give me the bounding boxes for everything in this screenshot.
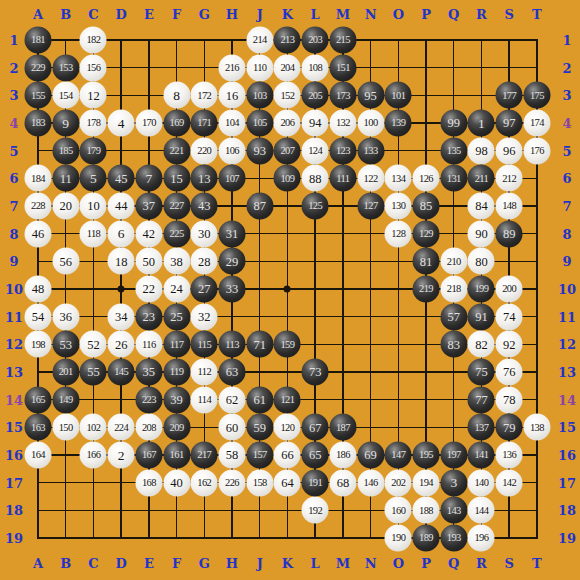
black-stone-A1: 181 bbox=[25, 27, 52, 54]
white-stone-E8: 42 bbox=[135, 220, 162, 247]
move-number: 162 bbox=[197, 477, 211, 488]
white-stone-F10: 24 bbox=[163, 276, 190, 303]
black-stone-R4: 1 bbox=[468, 110, 495, 137]
move-number: 193 bbox=[447, 533, 461, 544]
move-number: 110 bbox=[253, 62, 267, 73]
white-stone-C7: 10 bbox=[80, 193, 107, 220]
black-stone-F7: 227 bbox=[163, 193, 190, 220]
col-label-bottom-G: G bbox=[199, 556, 210, 571]
white-stone-A16: 164 bbox=[25, 442, 52, 469]
black-stone-K6: 109 bbox=[274, 165, 301, 192]
col-label-top-B: B bbox=[60, 7, 71, 22]
black-stone-R11: 91 bbox=[468, 303, 495, 330]
move-number: 179 bbox=[86, 145, 100, 156]
white-stone-L5: 124 bbox=[302, 137, 329, 164]
move-number: 35 bbox=[143, 366, 156, 379]
move-number: 88 bbox=[309, 172, 322, 185]
move-number: 87 bbox=[253, 200, 266, 213]
black-stone-Q4: 99 bbox=[440, 110, 467, 137]
black-stone-G4: 171 bbox=[191, 110, 218, 137]
row-label-right-6: 6 bbox=[562, 171, 571, 186]
move-number: 75 bbox=[475, 366, 488, 379]
move-number: 149 bbox=[59, 394, 73, 405]
move-number: 128 bbox=[391, 228, 405, 239]
black-stone-H9: 29 bbox=[219, 248, 246, 275]
white-stone-G17: 162 bbox=[191, 469, 218, 496]
black-stone-J16: 157 bbox=[246, 442, 273, 469]
black-stone-K12: 159 bbox=[274, 331, 301, 358]
white-stone-B7: 20 bbox=[52, 193, 79, 220]
move-number: 213 bbox=[280, 35, 294, 46]
row-label-left-1: 1 bbox=[9, 33, 18, 48]
white-stone-R9: 80 bbox=[468, 248, 495, 275]
black-stone-A2: 229 bbox=[25, 54, 52, 81]
white-stone-A11: 54 bbox=[25, 303, 52, 330]
black-stone-Q6: 131 bbox=[440, 165, 467, 192]
white-stone-Q10: 218 bbox=[440, 276, 467, 303]
white-stone-F3: 8 bbox=[163, 82, 190, 109]
white-stone-C3: 12 bbox=[80, 82, 107, 109]
move-number: 43 bbox=[198, 200, 211, 213]
white-stone-B11: 36 bbox=[52, 303, 79, 330]
move-number: 44 bbox=[115, 200, 128, 213]
move-number: 191 bbox=[308, 477, 322, 488]
row-label-right-2: 2 bbox=[562, 60, 571, 75]
black-stone-A3: 155 bbox=[25, 82, 52, 109]
white-stone-O18: 160 bbox=[385, 497, 412, 524]
black-stone-M3: 173 bbox=[329, 82, 356, 109]
col-label-bottom-R: R bbox=[476, 556, 487, 571]
black-stone-H8: 31 bbox=[219, 220, 246, 247]
move-number: 228 bbox=[31, 201, 45, 212]
black-stone-H10: 33 bbox=[219, 276, 246, 303]
move-number: 122 bbox=[364, 173, 378, 184]
white-stone-O6: 134 bbox=[385, 165, 412, 192]
row-label-left-15: 15 bbox=[5, 420, 23, 435]
row-label-left-16: 16 bbox=[5, 448, 23, 463]
move-number: 9 bbox=[62, 116, 69, 130]
white-stone-D15: 224 bbox=[108, 414, 135, 441]
move-number: 161 bbox=[170, 450, 184, 461]
black-stone-S15: 79 bbox=[496, 414, 523, 441]
move-number: 147 bbox=[391, 450, 405, 461]
move-number: 144 bbox=[474, 505, 488, 516]
move-number: 181 bbox=[31, 35, 45, 46]
move-number: 5 bbox=[90, 172, 97, 186]
move-number: 127 bbox=[364, 201, 378, 212]
move-number: 219 bbox=[419, 284, 433, 295]
move-number: 195 bbox=[419, 450, 433, 461]
move-number: 194 bbox=[419, 477, 433, 488]
white-stone-L18: 192 bbox=[302, 497, 329, 524]
white-stone-A10: 48 bbox=[25, 276, 52, 303]
move-number: 133 bbox=[364, 145, 378, 156]
col-label-top-J: J bbox=[257, 7, 263, 22]
white-stone-S14: 78 bbox=[496, 386, 523, 413]
move-number: 157 bbox=[253, 450, 267, 461]
move-number: 207 bbox=[280, 145, 294, 156]
black-stone-H6: 107 bbox=[219, 165, 246, 192]
black-stone-Q17: 3 bbox=[440, 469, 467, 496]
move-number: 6 bbox=[118, 227, 125, 241]
move-number: 108 bbox=[308, 62, 322, 73]
white-stone-J2: 110 bbox=[246, 54, 273, 81]
row-label-right-16: 16 bbox=[558, 448, 576, 463]
black-stone-E16: 167 bbox=[135, 442, 162, 469]
move-number: 65 bbox=[309, 449, 322, 462]
white-stone-H16: 58 bbox=[219, 442, 246, 469]
move-number: 209 bbox=[170, 422, 184, 433]
black-stone-B13: 201 bbox=[52, 359, 79, 386]
white-stone-E10: 22 bbox=[135, 276, 162, 303]
move-number: 159 bbox=[280, 339, 294, 350]
white-stone-H15: 60 bbox=[219, 414, 246, 441]
move-number: 217 bbox=[197, 450, 211, 461]
row-label-right-3: 3 bbox=[562, 88, 571, 103]
white-stone-L4: 94 bbox=[302, 110, 329, 137]
move-number: 7 bbox=[145, 172, 152, 186]
col-label-top-Q: Q bbox=[448, 7, 459, 22]
move-number: 131 bbox=[447, 173, 461, 184]
black-stone-F15: 209 bbox=[163, 414, 190, 441]
row-label-left-18: 18 bbox=[5, 503, 23, 518]
row-label-right-8: 8 bbox=[562, 226, 571, 241]
move-number: 81 bbox=[420, 255, 433, 268]
white-stone-C4: 178 bbox=[80, 110, 107, 137]
black-stone-B6: 11 bbox=[52, 165, 79, 192]
black-stone-K1: 213 bbox=[274, 27, 301, 54]
row-label-right-15: 15 bbox=[558, 420, 576, 435]
black-stone-J3: 103 bbox=[246, 82, 273, 109]
white-stone-G8: 30 bbox=[191, 220, 218, 247]
move-number: 93 bbox=[253, 144, 266, 157]
col-label-bottom-J: J bbox=[257, 556, 263, 571]
move-number: 120 bbox=[280, 422, 294, 433]
white-stone-H3: 16 bbox=[219, 82, 246, 109]
move-number: 62 bbox=[226, 393, 239, 406]
row-label-left-6: 6 bbox=[9, 171, 18, 186]
move-number: 77 bbox=[475, 393, 488, 406]
move-number: 67 bbox=[309, 421, 322, 434]
move-number: 114 bbox=[198, 394, 212, 405]
move-number: 39 bbox=[170, 393, 183, 406]
move-number: 22 bbox=[143, 283, 156, 296]
row-label-left-8: 8 bbox=[9, 226, 18, 241]
move-number: 103 bbox=[253, 90, 267, 101]
black-stone-C5: 179 bbox=[80, 137, 107, 164]
white-stone-C8: 118 bbox=[80, 220, 107, 247]
go-board[interactable]: 1811822142132032152291531562161102041081… bbox=[0, 0, 580, 580]
move-number: 83 bbox=[448, 338, 461, 351]
move-number: 73 bbox=[309, 366, 322, 379]
move-number: 84 bbox=[475, 200, 488, 213]
move-number: 95 bbox=[364, 89, 377, 102]
col-label-bottom-P: P bbox=[421, 556, 431, 571]
black-stone-G7: 43 bbox=[191, 193, 218, 220]
col-label-bottom-Q: Q bbox=[448, 556, 459, 571]
white-stone-A12: 198 bbox=[25, 331, 52, 358]
move-number: 224 bbox=[114, 422, 128, 433]
black-stone-G6: 13 bbox=[191, 165, 218, 192]
move-number: 61 bbox=[253, 393, 266, 406]
move-number: 3 bbox=[450, 476, 457, 490]
move-number: 55 bbox=[87, 366, 100, 379]
move-number: 177 bbox=[502, 90, 516, 101]
white-stone-A7: 228 bbox=[25, 193, 52, 220]
col-label-top-N: N bbox=[365, 7, 377, 22]
white-stone-H17: 226 bbox=[219, 469, 246, 496]
move-number: 57 bbox=[448, 310, 461, 323]
white-stone-E17: 168 bbox=[135, 469, 162, 496]
black-stone-G10: 27 bbox=[191, 276, 218, 303]
move-number: 42 bbox=[143, 227, 156, 240]
row-label-right-18: 18 bbox=[558, 503, 576, 518]
col-label-bottom-E: E bbox=[144, 556, 154, 571]
black-stone-H13: 63 bbox=[219, 359, 246, 386]
move-number: 210 bbox=[447, 256, 461, 267]
white-stone-S11: 74 bbox=[496, 303, 523, 330]
move-number: 90 bbox=[475, 227, 488, 240]
row-label-left-9: 9 bbox=[9, 254, 18, 269]
move-number: 116 bbox=[142, 339, 156, 350]
move-number: 89 bbox=[503, 227, 516, 240]
move-number: 199 bbox=[474, 284, 488, 295]
black-stone-P19: 189 bbox=[413, 525, 440, 552]
move-number: 183 bbox=[31, 118, 45, 129]
move-number: 170 bbox=[142, 118, 156, 129]
move-number: 33 bbox=[226, 283, 239, 296]
move-number: 96 bbox=[503, 144, 516, 157]
black-stone-N16: 69 bbox=[357, 442, 384, 469]
col-label-top-A: A bbox=[33, 7, 43, 22]
black-stone-E14: 223 bbox=[135, 386, 162, 413]
move-number: 10 bbox=[87, 200, 100, 213]
move-number: 143 bbox=[447, 505, 461, 516]
white-stone-J17: 158 bbox=[246, 469, 273, 496]
white-stone-B9: 56 bbox=[52, 248, 79, 275]
row-label-left-4: 4 bbox=[9, 116, 18, 131]
row-label-right-19: 19 bbox=[558, 531, 576, 546]
black-stone-F11: 25 bbox=[163, 303, 190, 330]
row-label-left-7: 7 bbox=[9, 199, 18, 214]
move-number: 226 bbox=[225, 477, 239, 488]
white-stone-D16: 2 bbox=[108, 442, 135, 469]
white-stone-S17: 142 bbox=[496, 469, 523, 496]
black-stone-Q18: 143 bbox=[440, 497, 467, 524]
move-number: 137 bbox=[474, 422, 488, 433]
white-stone-D4: 4 bbox=[108, 110, 135, 137]
move-number: 80 bbox=[475, 255, 488, 268]
move-number: 104 bbox=[225, 118, 239, 129]
move-number: 24 bbox=[170, 283, 183, 296]
black-stone-F13: 119 bbox=[163, 359, 190, 386]
white-stone-G14: 114 bbox=[191, 386, 218, 413]
move-number: 125 bbox=[308, 201, 322, 212]
black-stone-B2: 153 bbox=[52, 54, 79, 81]
white-stone-S13: 76 bbox=[496, 359, 523, 386]
move-number: 107 bbox=[225, 173, 239, 184]
col-label-bottom-M: M bbox=[336, 556, 350, 571]
white-stone-E9: 50 bbox=[135, 248, 162, 275]
move-number: 54 bbox=[32, 310, 45, 323]
move-number: 208 bbox=[142, 422, 156, 433]
white-stone-R19: 196 bbox=[468, 525, 495, 552]
black-stone-P10: 219 bbox=[413, 276, 440, 303]
move-number: 182 bbox=[86, 35, 100, 46]
move-number: 218 bbox=[447, 284, 461, 295]
black-stone-C6: 5 bbox=[80, 165, 107, 192]
white-stone-L6: 88 bbox=[302, 165, 329, 192]
move-number: 115 bbox=[198, 339, 212, 350]
col-label-top-E: E bbox=[144, 7, 154, 22]
black-stone-A14: 165 bbox=[25, 386, 52, 413]
white-stone-G5: 220 bbox=[191, 137, 218, 164]
row-label-left-2: 2 bbox=[9, 60, 18, 75]
move-number: 56 bbox=[59, 255, 72, 268]
move-number: 113 bbox=[225, 339, 239, 350]
black-stone-J7: 87 bbox=[246, 193, 273, 220]
move-number: 185 bbox=[59, 145, 73, 156]
star-point-K10 bbox=[284, 286, 291, 293]
move-number: 97 bbox=[503, 117, 516, 130]
move-number: 187 bbox=[336, 422, 350, 433]
white-stone-H14: 62 bbox=[219, 386, 246, 413]
move-number: 189 bbox=[419, 533, 433, 544]
black-stone-L15: 67 bbox=[302, 414, 329, 441]
move-number: 212 bbox=[502, 173, 516, 184]
black-stone-F12: 117 bbox=[163, 331, 190, 358]
white-stone-G11: 32 bbox=[191, 303, 218, 330]
move-number: 216 bbox=[225, 62, 239, 73]
move-number: 155 bbox=[31, 90, 45, 101]
move-number: 34 bbox=[115, 310, 128, 323]
white-stone-O17: 202 bbox=[385, 469, 412, 496]
black-stone-P8: 129 bbox=[413, 220, 440, 247]
move-number: 203 bbox=[308, 35, 322, 46]
move-number: 37 bbox=[143, 200, 156, 213]
white-stone-C16: 166 bbox=[80, 442, 107, 469]
move-number: 220 bbox=[197, 145, 211, 156]
move-number: 186 bbox=[336, 450, 350, 461]
move-number: 146 bbox=[364, 477, 378, 488]
black-stone-J14: 61 bbox=[246, 386, 273, 413]
move-number: 109 bbox=[280, 173, 294, 184]
row-label-right-14: 14 bbox=[558, 392, 576, 407]
black-stone-M1: 215 bbox=[329, 27, 356, 54]
move-number: 98 bbox=[475, 144, 488, 157]
col-label-bottom-B: B bbox=[60, 556, 71, 571]
row-label-left-17: 17 bbox=[5, 475, 23, 490]
move-number: 227 bbox=[170, 201, 184, 212]
row-label-right-11: 11 bbox=[558, 309, 576, 324]
black-stone-J15: 59 bbox=[246, 414, 273, 441]
move-number: 68 bbox=[337, 476, 350, 489]
col-label-bottom-F: F bbox=[172, 556, 181, 571]
star-point-D10 bbox=[118, 286, 125, 293]
white-stone-M4: 132 bbox=[329, 110, 356, 137]
white-stone-S16: 136 bbox=[496, 442, 523, 469]
black-stone-D13: 145 bbox=[108, 359, 135, 386]
row-label-right-4: 4 bbox=[562, 116, 571, 131]
white-stone-C1: 182 bbox=[80, 27, 107, 54]
white-stone-B15: 150 bbox=[52, 414, 79, 441]
move-number: 151 bbox=[336, 62, 350, 73]
move-number: 197 bbox=[447, 450, 461, 461]
white-stone-C2: 156 bbox=[80, 54, 107, 81]
black-stone-H12: 113 bbox=[219, 331, 246, 358]
col-label-top-H: H bbox=[226, 7, 238, 22]
black-stone-E13: 35 bbox=[135, 359, 162, 386]
black-stone-B14: 149 bbox=[52, 386, 79, 413]
white-stone-E15: 208 bbox=[135, 414, 162, 441]
move-number: 154 bbox=[59, 90, 73, 101]
move-number: 36 bbox=[59, 310, 72, 323]
move-number: 198 bbox=[31, 339, 45, 350]
move-number: 106 bbox=[225, 145, 239, 156]
white-stone-D11: 34 bbox=[108, 303, 135, 330]
black-stone-O3: 101 bbox=[385, 82, 412, 109]
row-label-right-10: 10 bbox=[558, 282, 576, 297]
col-label-top-S: S bbox=[504, 7, 513, 22]
black-stone-L16: 65 bbox=[302, 442, 329, 469]
row-label-left-10: 10 bbox=[5, 282, 23, 297]
white-stone-P17: 194 bbox=[413, 469, 440, 496]
move-number: 15 bbox=[170, 172, 183, 185]
col-label-top-G: G bbox=[199, 7, 210, 22]
move-number: 190 bbox=[391, 533, 405, 544]
col-label-top-P: P bbox=[421, 7, 431, 22]
move-number: 171 bbox=[197, 118, 211, 129]
move-number: 58 bbox=[226, 449, 239, 462]
black-stone-O4: 139 bbox=[385, 110, 412, 137]
move-number: 173 bbox=[336, 90, 350, 101]
move-number: 225 bbox=[170, 228, 184, 239]
black-stone-Q12: 83 bbox=[440, 331, 467, 358]
move-number: 50 bbox=[143, 255, 156, 268]
white-stone-T4: 174 bbox=[523, 110, 550, 137]
black-stone-L7: 125 bbox=[302, 193, 329, 220]
move-number: 1 bbox=[478, 116, 485, 130]
move-number: 176 bbox=[530, 145, 544, 156]
black-stone-J4: 105 bbox=[246, 110, 273, 137]
move-number: 188 bbox=[419, 505, 433, 516]
move-number: 167 bbox=[142, 450, 156, 461]
move-number: 160 bbox=[391, 505, 405, 516]
black-stone-M15: 187 bbox=[329, 414, 356, 441]
black-stone-F6: 15 bbox=[163, 165, 190, 192]
row-label-right-7: 7 bbox=[562, 199, 571, 214]
white-stone-S12: 92 bbox=[496, 331, 523, 358]
black-stone-R13: 75 bbox=[468, 359, 495, 386]
black-stone-M5: 123 bbox=[329, 137, 356, 164]
move-number: 206 bbox=[280, 118, 294, 129]
white-stone-D8: 6 bbox=[108, 220, 135, 247]
white-stone-D12: 26 bbox=[108, 331, 135, 358]
white-stone-H5: 106 bbox=[219, 137, 246, 164]
black-stone-L1: 203 bbox=[302, 27, 329, 54]
move-number: 76 bbox=[503, 366, 516, 379]
white-stone-C15: 102 bbox=[80, 414, 107, 441]
move-number: 31 bbox=[226, 227, 239, 240]
move-number: 164 bbox=[31, 450, 45, 461]
move-number: 174 bbox=[530, 118, 544, 129]
move-number: 60 bbox=[226, 421, 239, 434]
move-number: 163 bbox=[31, 422, 45, 433]
move-number: 13 bbox=[198, 172, 211, 185]
white-stone-F17: 40 bbox=[163, 469, 190, 496]
black-stone-J5: 93 bbox=[246, 137, 273, 164]
col-label-top-F: F bbox=[172, 7, 181, 22]
